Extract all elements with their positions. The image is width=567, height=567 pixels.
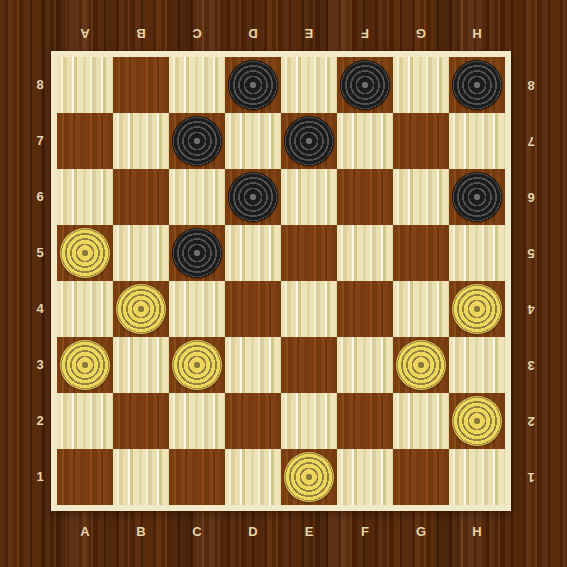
top-label-h: H [449, 19, 505, 47]
square-f5 [337, 225, 393, 281]
piece-black-man-d6[interactable] [228, 172, 278, 222]
square-c8 [169, 57, 225, 113]
square-b8[interactable] [113, 57, 169, 113]
square-d3 [225, 337, 281, 393]
piece-white-man-h2[interactable] [452, 396, 502, 446]
square-c2 [169, 393, 225, 449]
square-a5[interactable] [57, 225, 113, 281]
square-a7[interactable] [57, 113, 113, 169]
square-g4 [393, 281, 449, 337]
square-h8[interactable] [449, 57, 505, 113]
right-label-5: 5 [518, 225, 544, 281]
square-e7[interactable] [281, 113, 337, 169]
square-e3[interactable] [281, 337, 337, 393]
bottom-label-a: A [57, 518, 113, 546]
top-label-d: D [225, 19, 281, 47]
square-c4 [169, 281, 225, 337]
bottom-label-e: E [281, 518, 337, 546]
square-d8[interactable] [225, 57, 281, 113]
square-g1[interactable] [393, 449, 449, 505]
square-h6[interactable] [449, 169, 505, 225]
square-d5 [225, 225, 281, 281]
left-label-4: 4 [27, 281, 53, 337]
square-f3 [337, 337, 393, 393]
square-c5[interactable] [169, 225, 225, 281]
left-label-6: 6 [27, 169, 53, 225]
top-label-b: B [113, 19, 169, 47]
square-f6[interactable] [337, 169, 393, 225]
piece-black-man-h6[interactable] [452, 172, 502, 222]
file-labels-top: ABCDEFGH [57, 19, 505, 47]
square-d7 [225, 113, 281, 169]
top-label-a: A [57, 19, 113, 47]
square-a6 [57, 169, 113, 225]
right-label-3: 3 [518, 337, 544, 393]
square-c6 [169, 169, 225, 225]
square-f7 [337, 113, 393, 169]
left-label-5: 5 [27, 225, 53, 281]
piece-white-man-h4[interactable] [452, 284, 502, 334]
square-g5[interactable] [393, 225, 449, 281]
top-label-f: F [337, 19, 393, 47]
left-label-2: 2 [27, 393, 53, 449]
square-a8 [57, 57, 113, 113]
bottom-label-g: G [393, 518, 449, 546]
square-h4[interactable] [449, 281, 505, 337]
square-f4[interactable] [337, 281, 393, 337]
square-e4 [281, 281, 337, 337]
right-label-2: 2 [518, 393, 544, 449]
square-d2[interactable] [225, 393, 281, 449]
square-e1[interactable] [281, 449, 337, 505]
bottom-label-c: C [169, 518, 225, 546]
piece-white-man-a3[interactable] [60, 340, 110, 390]
checkers-board [57, 57, 505, 505]
rank-labels-left: 87654321 [27, 57, 53, 505]
square-b1 [113, 449, 169, 505]
left-label-7: 7 [27, 113, 53, 169]
right-label-4: 4 [518, 281, 544, 337]
square-g6 [393, 169, 449, 225]
square-e6 [281, 169, 337, 225]
square-h1 [449, 449, 505, 505]
piece-black-man-f8[interactable] [340, 60, 390, 110]
square-h2[interactable] [449, 393, 505, 449]
left-label-1: 1 [27, 449, 53, 505]
square-h3 [449, 337, 505, 393]
piece-white-man-a5[interactable] [60, 228, 110, 278]
square-b3 [113, 337, 169, 393]
square-e2 [281, 393, 337, 449]
checkers-app: ABCDEFGH ABCDEFGH 87654321 87654321 [0, 0, 567, 567]
square-f2[interactable] [337, 393, 393, 449]
square-f1 [337, 449, 393, 505]
right-label-8: 8 [518, 57, 544, 113]
square-a4 [57, 281, 113, 337]
square-d6[interactable] [225, 169, 281, 225]
top-label-c: C [169, 19, 225, 47]
piece-black-man-c7[interactable] [172, 116, 222, 166]
square-g7[interactable] [393, 113, 449, 169]
square-b2[interactable] [113, 393, 169, 449]
piece-black-man-e7[interactable] [284, 116, 334, 166]
square-a3[interactable] [57, 337, 113, 393]
left-label-8: 8 [27, 57, 53, 113]
square-d4[interactable] [225, 281, 281, 337]
top-label-g: G [393, 19, 449, 47]
piece-black-man-h8[interactable] [452, 60, 502, 110]
square-b6[interactable] [113, 169, 169, 225]
rank-labels-right: 87654321 [518, 57, 544, 505]
piece-white-man-b4[interactable] [116, 284, 166, 334]
piece-white-man-c3[interactable] [172, 340, 222, 390]
square-c1[interactable] [169, 449, 225, 505]
square-a2 [57, 393, 113, 449]
top-label-e: E [281, 19, 337, 47]
piece-white-man-e1[interactable] [284, 452, 334, 502]
piece-black-man-d8[interactable] [228, 60, 278, 110]
square-f8[interactable] [337, 57, 393, 113]
square-b7 [113, 113, 169, 169]
bottom-label-b: B [113, 518, 169, 546]
piece-black-man-c5[interactable] [172, 228, 222, 278]
square-h5 [449, 225, 505, 281]
square-b5 [113, 225, 169, 281]
right-label-6: 6 [518, 169, 544, 225]
square-g8 [393, 57, 449, 113]
square-g3[interactable] [393, 337, 449, 393]
square-g2 [393, 393, 449, 449]
square-e8 [281, 57, 337, 113]
square-c7[interactable] [169, 113, 225, 169]
bottom-label-h: H [449, 518, 505, 546]
bottom-label-d: D [225, 518, 281, 546]
piece-white-man-g3[interactable] [396, 340, 446, 390]
left-label-3: 3 [27, 337, 53, 393]
square-h7 [449, 113, 505, 169]
bottom-label-f: F [337, 518, 393, 546]
right-label-1: 1 [518, 449, 544, 505]
right-label-7: 7 [518, 113, 544, 169]
square-c3[interactable] [169, 337, 225, 393]
square-a1[interactable] [57, 449, 113, 505]
file-labels-bottom: ABCDEFGH [57, 518, 505, 546]
board-frame [51, 51, 511, 511]
square-d1 [225, 449, 281, 505]
square-e5[interactable] [281, 225, 337, 281]
square-b4[interactable] [113, 281, 169, 337]
